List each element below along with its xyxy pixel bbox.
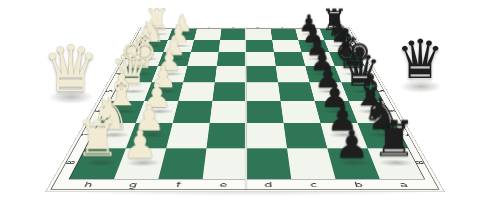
rank-label: 7 [57,132,115,138]
file-label: a [379,179,430,192]
rank-label: 6 [365,109,418,114]
rank-label: 2 [114,44,154,47]
file-label: f [154,179,202,192]
file-label-far: b [294,27,319,29]
piece-glyph: ♟ [123,126,158,165]
file-label: h [62,179,113,192]
rank-label: 8 [388,159,452,166]
rank-label: 1 [331,33,368,36]
piece-glyph: ♜ [75,115,120,165]
rank-label: 7 [376,132,434,138]
file-label-far: f [196,27,221,29]
rank-label: 3 [342,57,384,60]
rank-label: 3 [106,57,148,60]
file-label: c [290,179,338,192]
rank-label: 8 [38,159,102,166]
chess-board: hgfedcba hgfedcba 12345678 12345678 ♜♞♝♛… [45,27,445,192]
piece-glyph: ♟ [335,126,370,165]
file-label: d [246,179,292,192]
file-label: g [108,179,157,192]
file-label: e [200,179,246,192]
file-label: b [335,179,384,192]
chess-set-product-photo: hgfedcba hgfedcba 12345678 12345678 ♜♞♝♛… [0,0,500,202]
rank-label: 4 [96,72,141,76]
rank-label: 6 [72,109,125,114]
spare-white-queen-shadow [48,90,94,104]
file-labels-far: hgfedcba [147,27,344,29]
spare-black-queen[interactable]: ♛ [396,33,444,87]
piece-glyph: ♜ [372,115,417,165]
rank-label: 1 [122,33,159,36]
file-label-far: a [319,27,344,29]
file-label-far: g [172,27,197,29]
rank-label: 4 [349,72,394,76]
board-perspective-anchor: hgfedcba hgfedcba 12345678 12345678 ♜♞♝♛… [45,27,445,192]
rank-label: 2 [336,44,376,47]
file-label-far: h [147,27,172,29]
spare-black-queen-shadow [400,80,442,93]
file-label-far: e [221,27,246,29]
file-label-far: d [246,27,271,29]
pieces-layer: ♜♞♝♛♚♝♞♜♟♟♟♟♟♟♟♟♟♟♟♟♟♟♟♟♜♞♝♛♚♝♞♜ [69,29,423,179]
file-label-far: c [270,27,295,29]
